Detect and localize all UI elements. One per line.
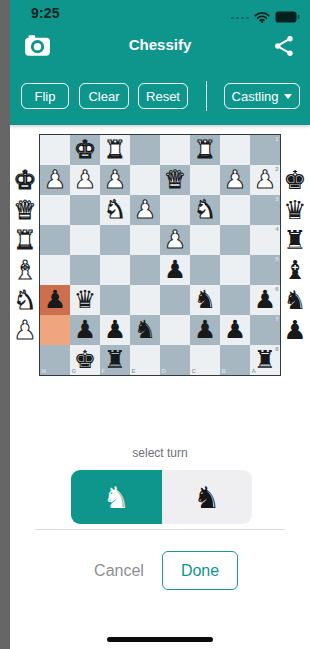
square-a4[interactable]: 4 — [250, 225, 280, 255]
rank-label: 2 — [275, 166, 278, 173]
castling-dropdown[interactable]: Castling — [224, 83, 300, 109]
status-time: 9:25 — [31, 5, 60, 21]
square-g8[interactable]: ♚G — [70, 345, 100, 375]
white-king: ♚ — [74, 135, 96, 165]
file-label: D — [162, 368, 166, 375]
square-d4[interactable]: ♟ — [160, 225, 190, 255]
square-h1[interactable] — [40, 135, 70, 165]
square-g3[interactable] — [70, 195, 100, 225]
square-e7[interactable]: ♞ — [130, 315, 160, 345]
black-pawn: ♟ — [164, 255, 186, 285]
square-e3[interactable]: ♟ — [130, 195, 160, 225]
file-label: A — [252, 368, 256, 375]
square-e6[interactable] — [130, 285, 160, 315]
white-pawn: ♟ — [104, 165, 126, 195]
black-rook: ♜ — [104, 345, 126, 375]
white-knight-icon: ♞ — [103, 480, 130, 515]
square-a3[interactable]: 3 — [250, 195, 280, 225]
square-h3[interactable] — [40, 195, 70, 225]
square-b6[interactable] — [220, 285, 250, 315]
black-pawn: ♟ — [44, 285, 66, 315]
square-g2[interactable]: ♟ — [70, 165, 100, 195]
square-b4[interactable] — [220, 225, 250, 255]
square-e1[interactable] — [130, 135, 160, 165]
square-e8[interactable]: E — [130, 345, 160, 375]
square-a8[interactable]: ♜A8 — [250, 345, 280, 375]
square-f3[interactable]: ♞ — [100, 195, 130, 225]
black-rook: ♜ — [254, 345, 276, 375]
square-f7[interactable]: ♟ — [100, 315, 130, 345]
divider — [35, 529, 285, 530]
share-button[interactable] — [270, 32, 298, 60]
square-f6[interactable] — [100, 285, 130, 315]
select-turn-label: select turn — [10, 446, 310, 460]
status-icons — [231, 9, 300, 27]
cellular-signal-icon — [231, 17, 249, 20]
square-e5[interactable] — [130, 255, 160, 285]
square-g5[interactable] — [70, 255, 100, 285]
rank-label: 5 — [275, 256, 278, 263]
square-f5[interactable] — [100, 255, 130, 285]
wifi-icon — [254, 9, 270, 27]
palette-white-queen[interactable]: ♛ — [11, 195, 39, 225]
square-b7[interactable]: ♟ — [220, 315, 250, 345]
palette-white-pawn[interactable]: ♟ — [11, 315, 39, 345]
white-pawn: ♟ — [134, 195, 156, 225]
rank-label: 8 — [275, 346, 278, 353]
square-h7[interactable] — [40, 315, 70, 345]
black-knight-icon: ♞ — [193, 480, 220, 515]
black-knight: ♞ — [194, 285, 216, 315]
flip-button[interactable]: Flip — [21, 83, 69, 109]
rank-label: 6 — [275, 286, 278, 293]
clear-button[interactable]: Clear — [79, 83, 129, 109]
square-f4[interactable] — [100, 225, 130, 255]
file-label: C — [192, 368, 196, 375]
file-label: G — [72, 368, 77, 375]
square-d3[interactable] — [160, 195, 190, 225]
chevron-down-icon — [284, 94, 292, 99]
square-d6[interactable] — [160, 285, 190, 315]
palette-white-king[interactable]: ♚ — [11, 165, 39, 195]
square-a2[interactable]: ♟2 — [250, 165, 280, 195]
square-c3[interactable]: ♞ — [190, 195, 220, 225]
toolbar-divider — [206, 81, 207, 111]
black-pawn: ♟ — [74, 315, 96, 345]
cancel-button[interactable]: Cancel — [80, 552, 158, 590]
black-king: ♚ — [74, 345, 96, 375]
black-queen: ♛ — [74, 285, 96, 315]
palette-white-rook[interactable]: ♜ — [11, 225, 39, 255]
white-pawn: ♟ — [164, 225, 186, 255]
white-pawn: ♟ — [44, 165, 66, 195]
black-knight: ♞ — [134, 315, 156, 345]
square-b3[interactable] — [220, 195, 250, 225]
square-h4[interactable] — [40, 225, 70, 255]
square-a1[interactable]: 1 — [250, 135, 280, 165]
palette-white-bishop[interactable]: ♝ — [11, 255, 39, 285]
square-e2[interactable] — [130, 165, 160, 195]
square-a6[interactable]: ♟6 — [250, 285, 280, 315]
white-rook: ♜ — [104, 135, 126, 165]
file-label: H — [42, 368, 46, 375]
square-h8[interactable]: H — [40, 345, 70, 375]
square-c6[interactable]: ♞ — [190, 285, 220, 315]
palette-white-knight[interactable]: ♞ — [11, 285, 39, 315]
square-f2[interactable]: ♟ — [100, 165, 130, 195]
square-d1[interactable] — [160, 135, 190, 165]
turn-selector: ♞ ♞ — [71, 470, 252, 524]
palette-black-rook[interactable]: ♜ — [281, 225, 309, 255]
white-queen: ♛ — [164, 165, 186, 195]
square-h6[interactable]: ♟ — [40, 285, 70, 315]
square-g6[interactable]: ♛ — [70, 285, 100, 315]
square-b8[interactable]: B — [220, 345, 250, 375]
palette-black-knight[interactable]: ♞ — [281, 285, 309, 315]
square-c4[interactable] — [190, 225, 220, 255]
palette-black-queen[interactable]: ♛ — [281, 195, 309, 225]
square-d7[interactable] — [160, 315, 190, 345]
white-pawn: ♟ — [254, 165, 276, 195]
white-pawn: ♟ — [74, 165, 96, 195]
square-e4[interactable] — [130, 225, 160, 255]
file-label: E — [132, 368, 136, 375]
page-title: Chessify — [10, 36, 310, 53]
file-label: F — [102, 368, 106, 375]
share-icon — [272, 34, 296, 58]
file-label: B — [222, 368, 226, 375]
white-rook: ♜ — [194, 135, 216, 165]
black-pawn: ♟ — [104, 315, 126, 345]
reset-button[interactable]: Reset — [138, 83, 188, 109]
battery-icon — [275, 9, 300, 27]
square-c2[interactable] — [190, 165, 220, 195]
square-g4[interactable] — [70, 225, 100, 255]
white-knight: ♞ — [194, 195, 216, 225]
square-f8[interactable]: ♜F — [100, 345, 130, 375]
square-d8[interactable]: D — [160, 345, 190, 375]
white-knight: ♞ — [104, 195, 126, 225]
palette-black-bishop[interactable]: ♝ — [281, 255, 309, 285]
square-d5[interactable]: ♟ — [160, 255, 190, 285]
square-c5[interactable] — [190, 255, 220, 285]
black-pawn: ♟ — [254, 285, 276, 315]
square-b5[interactable] — [220, 255, 250, 285]
chessify-screen: 9:25 — [10, 0, 310, 649]
square-a7[interactable]: 7 — [250, 315, 280, 345]
black-pawn: ♟ — [224, 315, 246, 345]
square-c8[interactable]: C — [190, 345, 220, 375]
done-button[interactable]: Done — [162, 551, 238, 590]
palette-black-pawn[interactable]: ♟ — [281, 315, 309, 345]
white-pawn: ♟ — [224, 165, 246, 195]
square-b2[interactable]: ♟ — [220, 165, 250, 195]
castling-label: Castling — [232, 89, 279, 104]
rank-label: 1 — [275, 136, 278, 143]
square-a5[interactable]: 5 — [250, 255, 280, 285]
home-indicator[interactable] — [107, 637, 213, 642]
black-turn-button[interactable]: ♞ — [162, 470, 253, 524]
square-b1[interactable] — [220, 135, 250, 165]
square-c7[interactable]: ♟ — [190, 315, 220, 345]
white-turn-button[interactable]: ♞ — [71, 470, 162, 524]
rank-label: 3 — [275, 196, 278, 203]
square-g1[interactable]: ♚ — [70, 135, 100, 165]
chess-board: ♚♜♜1♟♟♟♛♟♟2♞♟♞3♟4♟5♟♛♞♟6♟♟♞♟♟7H♚G♜FEDCB♜… — [39, 134, 281, 376]
square-c1[interactable]: ♜ — [190, 135, 220, 165]
square-h2[interactable]: ♟ — [40, 165, 70, 195]
rank-label: 7 — [275, 316, 278, 323]
square-g7[interactable]: ♟ — [70, 315, 100, 345]
palette-black-king[interactable]: ♚ — [281, 165, 309, 195]
square-h5[interactable] — [40, 255, 70, 285]
app-bar: 9:25 — [10, 0, 310, 125]
rank-label: 4 — [275, 226, 278, 233]
square-f1[interactable]: ♜ — [100, 135, 130, 165]
black-pawn: ♟ — [194, 315, 216, 345]
square-d2[interactable]: ♛ — [160, 165, 190, 195]
